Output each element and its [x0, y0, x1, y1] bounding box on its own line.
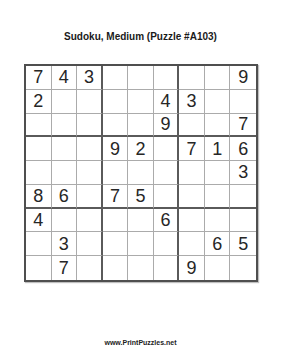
cell-r8c5 [128, 232, 154, 256]
cell-r5c5 [128, 161, 154, 185]
cell-r4c2 [52, 137, 78, 161]
cell-r7c2 [52, 209, 78, 233]
cell-r2c2 [52, 90, 78, 114]
cell-r8c3 [77, 232, 103, 256]
cell-r4c3 [77, 137, 103, 161]
cell-r1c6 [154, 66, 180, 90]
cell-r7c8 [205, 209, 231, 233]
cell-r9c8 [205, 256, 231, 280]
cell-r5c8 [205, 161, 231, 185]
cell-r7c3 [77, 209, 103, 233]
cell-r3c3 [77, 114, 103, 138]
cell-r6c6 [154, 185, 180, 209]
cell-r4c4: 9 [103, 137, 129, 161]
cell-r1c5 [128, 66, 154, 90]
cell-r6c2: 6 [52, 185, 78, 209]
cell-r8c7 [179, 232, 205, 256]
cell-r6c7 [179, 185, 205, 209]
cell-r9c9 [230, 256, 256, 280]
cell-r2c6: 4 [154, 90, 180, 114]
cell-r7c4 [103, 209, 129, 233]
cell-r2c7: 3 [179, 90, 205, 114]
cell-r3c7 [179, 114, 205, 138]
cell-r1c4 [103, 66, 129, 90]
cell-r1c3: 3 [77, 66, 103, 90]
footer-url: www.PrintPuzzles.net [0, 339, 281, 346]
cell-r3c6: 9 [154, 114, 180, 138]
cell-r5c9: 3 [230, 161, 256, 185]
cell-r2c5 [128, 90, 154, 114]
cell-r9c4 [103, 256, 129, 280]
cell-r8c9: 5 [230, 232, 256, 256]
cell-r3c2 [52, 114, 78, 138]
cell-r7c9 [230, 209, 256, 233]
cell-r5c7 [179, 161, 205, 185]
cell-r1c7 [179, 66, 205, 90]
cell-r2c1: 2 [26, 90, 52, 114]
cell-r4c6 [154, 137, 180, 161]
cell-r4c7: 7 [179, 137, 205, 161]
cell-r4c8: 1 [205, 137, 231, 161]
cell-r2c3 [77, 90, 103, 114]
cell-r3c9: 7 [230, 114, 256, 138]
cell-r6c3 [77, 185, 103, 209]
cell-r4c1 [26, 137, 52, 161]
cell-r8c8: 6 [205, 232, 231, 256]
puzzle-title: Sudoku, Medium (Puzzle #A103) [0, 31, 281, 42]
cell-r7c1: 4 [26, 209, 52, 233]
cell-r2c4 [103, 90, 129, 114]
cell-r5c3 [77, 161, 103, 185]
cell-r6c8 [205, 185, 231, 209]
cell-r1c1: 7 [26, 66, 52, 90]
cell-r4c5: 2 [128, 137, 154, 161]
cell-r5c4 [103, 161, 129, 185]
cell-r3c5 [128, 114, 154, 138]
cell-r6c5: 5 [128, 185, 154, 209]
cell-r6c4: 7 [103, 185, 129, 209]
cell-r3c8 [205, 114, 231, 138]
cell-r1c2: 4 [52, 66, 78, 90]
cell-r3c1 [26, 114, 52, 138]
cell-r8c2: 3 [52, 232, 78, 256]
cell-r8c1 [26, 232, 52, 256]
cell-r8c4 [103, 232, 129, 256]
cell-r3c4 [103, 114, 129, 138]
cell-r6c9 [230, 185, 256, 209]
cell-r1c9: 9 [230, 66, 256, 90]
cell-r5c1 [26, 161, 52, 185]
cell-r7c7 [179, 209, 205, 233]
printable-sudoku-page: Sudoku, Medium (Puzzle #A103) 7439243979… [0, 0, 281, 363]
cell-r9c3 [77, 256, 103, 280]
sudoku-grid: 74392439792716386754636579 [24, 64, 258, 282]
cell-r9c7: 9 [179, 256, 205, 280]
cell-r9c1 [26, 256, 52, 280]
cell-r2c8 [205, 90, 231, 114]
cell-r9c6 [154, 256, 180, 280]
cell-r5c6 [154, 161, 180, 185]
cell-r1c8 [205, 66, 231, 90]
cell-r7c5 [128, 209, 154, 233]
cell-r9c5 [128, 256, 154, 280]
cell-r7c6: 6 [154, 209, 180, 233]
cell-r9c2: 7 [52, 256, 78, 280]
cell-r5c2 [52, 161, 78, 185]
cell-r6c1: 8 [26, 185, 52, 209]
cell-r4c9: 6 [230, 137, 256, 161]
cell-r8c6 [154, 232, 180, 256]
cell-r2c9 [230, 90, 256, 114]
